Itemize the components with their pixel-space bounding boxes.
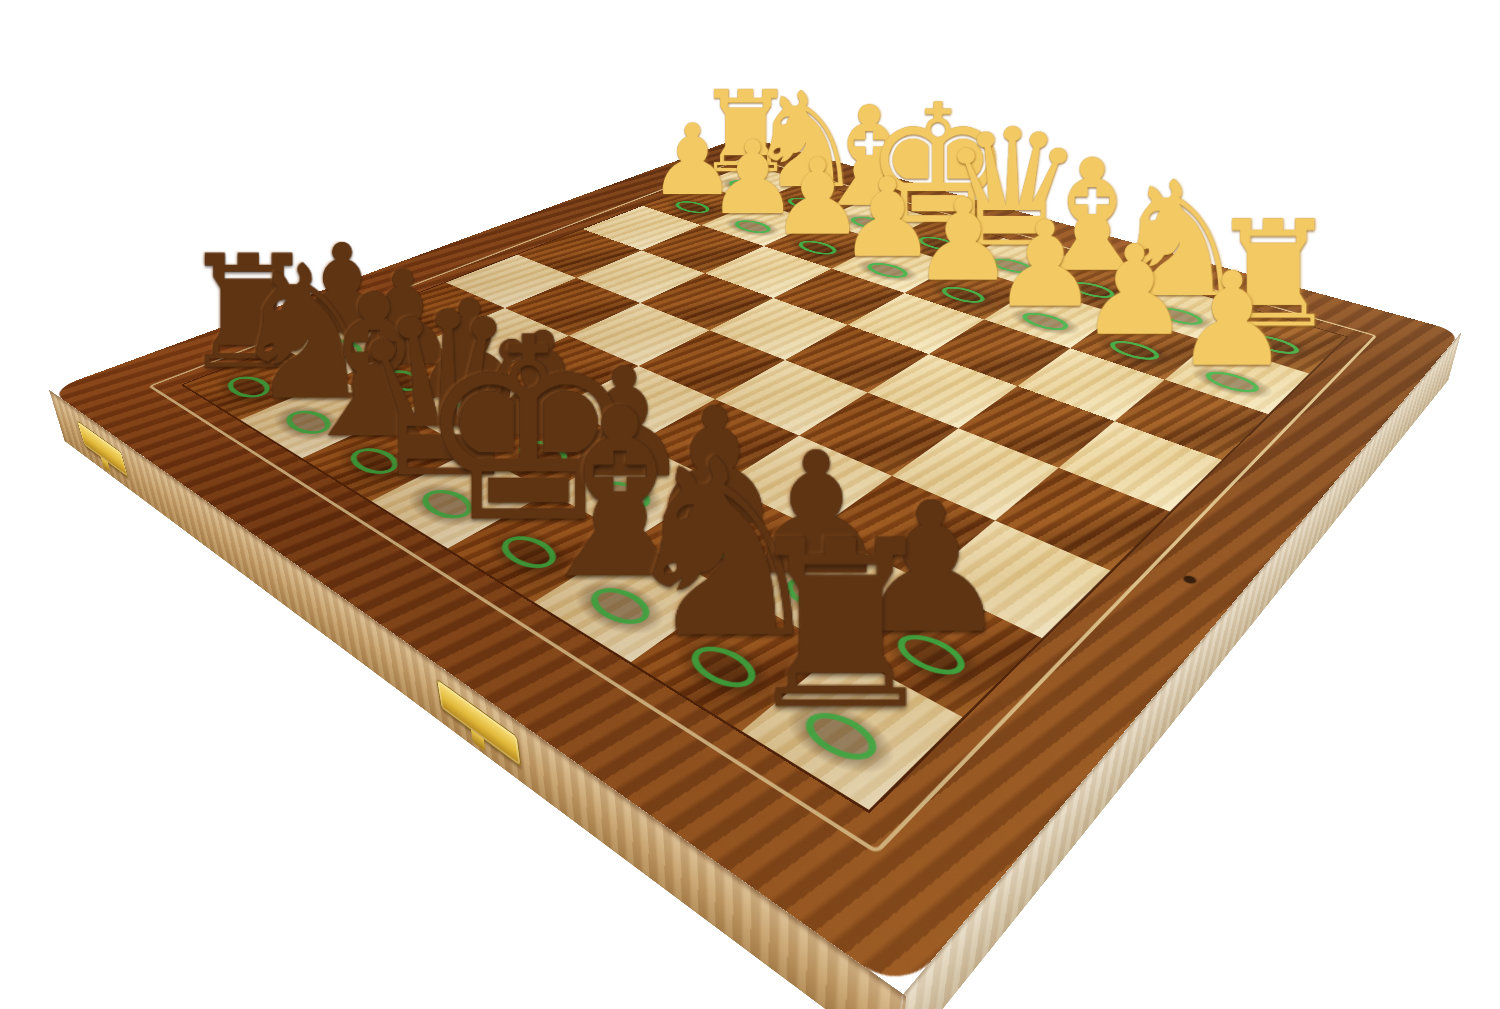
piece-black-rook[interactable]: ♜ [737, 515, 945, 735]
product-photo-scene: ♜♞♝♚♛♝♞♜♟♟♟♟♟♟♟♟♟♟♟♟♟♟♟♟♜♞♝♛♚♝♞♜ [0, 0, 1500, 1009]
chess-box: ♜♞♝♚♛♝♞♜♟♟♟♟♟♟♟♟♟♟♟♟♟♟♟♟♜♞♝♛♚♝♞♜ [50, 136, 1461, 994]
magnet-pin-dot [1182, 574, 1198, 584]
piece-white-pawn[interactable]: ♟ [1173, 258, 1290, 381]
